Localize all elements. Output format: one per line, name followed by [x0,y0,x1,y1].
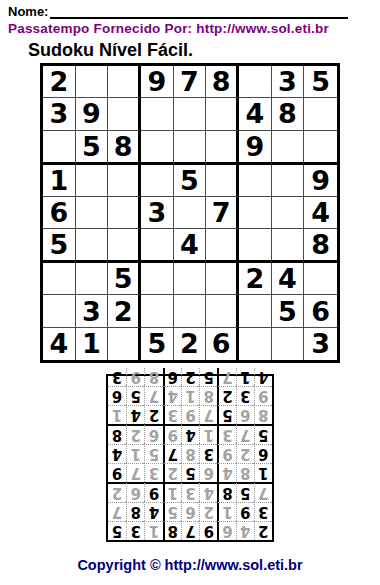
solution-cell-r8c4: 8 [199,386,217,405]
puzzle-cell-r3c6[interactable] [206,131,239,165]
puzzle-cell-r2c3[interactable] [108,98,141,130]
solution-cell-r6c2: 7 [236,424,254,444]
puzzle-cell-r3c2[interactable]: 5 [76,131,109,165]
solution-cell-r2c9: 7 [108,502,126,521]
puzzle-cell-r7c2[interactable] [76,263,109,295]
sudoku-puzzle-grid[interactable]: 297835394858915963745485243256415263 [40,63,340,363]
puzzle-cell-r3c1[interactable] [43,131,76,165]
puzzle-cell-r9c8[interactable] [272,328,305,360]
puzzle-cell-r6c4[interactable] [141,229,174,263]
page-title: Sudoku Nível Fácil. [28,40,193,61]
solution-cell-r2c2: 9 [236,502,254,521]
puzzle-cell-r8c1[interactable] [43,295,76,327]
solution-cell-r1c3: 6 [217,521,235,540]
solution-cell-r1c7: 1 [144,521,162,540]
puzzle-cell-r5c7[interactable] [239,197,272,229]
solution-cell-r4c7: 3 [144,463,162,482]
solution-cell-r6c8: 2 [126,424,144,444]
puzzle-cell-r1c5[interactable]: 7 [174,66,207,98]
solution-cell-r8c1: 9 [254,386,272,405]
provided-by-text: Passatempo Fornecido Por: http://www.sol… [8,21,329,36]
solution-cell-r4c3: 4 [217,463,235,482]
sudoku-solution-grid-rotated: 2469781353912654877584319621846523796293… [106,374,274,542]
puzzle-cell-r8c7[interactable] [239,295,272,327]
solution-cell-r4c4: 6 [199,463,217,482]
solution-cell-r3c6: 1 [163,482,181,502]
solution-cell-r6c3: 3 [217,424,235,444]
solution-cell-r6c9: 8 [108,424,126,444]
solution-cell-r8c9: 6 [108,386,126,405]
puzzle-cell-r9c3[interactable] [108,328,141,360]
solution-cell-r7c9: 1 [108,405,126,424]
solution-cell-r2c3: 1 [217,502,235,521]
solution-cell-r1c4: 9 [199,521,217,540]
solution-cell-r7c3: 5 [217,405,235,424]
name-underline[interactable] [50,5,348,19]
solution-cell-r5c4: 3 [199,444,217,463]
solution-cell-r7c4: 7 [199,405,217,424]
solution-cell-r7c7: 2 [144,405,162,424]
solution-cell-r9c3: 7 [217,368,235,386]
solution-cell-r5c7: 5 [144,444,162,463]
solution-cell-r5c8: 1 [126,444,144,463]
solution-cell-r5c1: 6 [254,444,272,463]
puzzle-cell-r1c6[interactable]: 8 [206,66,239,98]
solution-cell-r4c8: 7 [126,463,144,482]
solution-cell-r8c8: 5 [126,386,144,405]
puzzle-cell-r8c4[interactable] [141,295,174,327]
solution-cell-r3c1: 7 [254,482,272,502]
solution-cell-r4c1: 1 [254,463,272,482]
solution-cell-r3c4: 4 [199,482,217,502]
puzzle-cell-r4c1[interactable]: 1 [43,165,76,197]
solution-cell-r3c3: 8 [217,482,235,502]
solution-cell-r2c5: 6 [181,502,199,521]
puzzle-cell-r2c6[interactable] [206,98,239,130]
solution-cell-r5c2: 2 [236,444,254,463]
copyright-text: Copyright © http://www.sol.eti.br [0,557,380,573]
puzzle-cell-r3c9[interactable] [304,131,337,165]
puzzle-cell-r5c1[interactable]: 6 [43,197,76,229]
solution-cell-r7c5: 9 [181,405,199,424]
puzzle-cell-r3c5[interactable] [174,131,207,165]
puzzle-cell-r4c8[interactable] [272,165,305,197]
solution-cell-r6c5: 4 [181,424,199,444]
solution-cell-r7c1: 8 [254,405,272,424]
solution-cell-r4c6: 2 [163,463,181,482]
puzzle-cell-r2c5[interactable] [174,98,207,130]
puzzle-cell-r5c2[interactable] [76,197,109,229]
solution-cell-r5c6: 7 [163,444,181,463]
solution-cell-r3c8: 6 [126,482,144,502]
solution-cell-r5c5: 8 [181,444,199,463]
puzzle-cell-r2c9[interactable] [304,98,337,130]
puzzle-cell-r1c9[interactable]: 5 [304,66,337,98]
puzzle-cell-r4c7[interactable] [239,165,272,197]
puzzle-cell-r8c6[interactable] [206,295,239,327]
solution-cell-r1c2: 4 [236,521,254,540]
solution-cell-r4c5: 5 [181,463,199,482]
solution-cell-r3c5: 3 [181,482,199,502]
puzzle-cell-r4c4[interactable] [141,165,174,197]
puzzle-cell-r1c4[interactable]: 9 [141,66,174,98]
puzzle-cell-r6c1[interactable]: 5 [43,229,76,263]
solution-cell-r2c1: 3 [254,502,272,521]
puzzle-cell-r7c3[interactable]: 5 [108,263,141,295]
puzzle-cell-r9c9[interactable]: 3 [304,328,337,360]
puzzle-cell-r7c4[interactable] [141,263,174,295]
solution-cell-r1c9: 5 [108,521,126,540]
puzzle-cell-r5c8[interactable] [272,197,305,229]
solution-cell-r2c4: 2 [199,502,217,521]
puzzle-cell-r6c8[interactable] [272,229,305,263]
puzzle-cell-r6c6[interactable] [206,229,239,263]
solution-cell-r2c8: 8 [126,502,144,521]
solution-cell-r8c2: 3 [236,386,254,405]
puzzle-cell-r9c4[interactable]: 5 [141,328,174,360]
name-label: Nome: [8,4,48,19]
puzzle-cell-r7c9[interactable] [304,263,337,295]
solution-cell-r1c1: 2 [254,521,272,540]
solution-cell-r1c8: 3 [126,521,144,540]
puzzle-cell-r6c2[interactable] [76,229,109,263]
puzzle-cell-r7c7[interactable]: 2 [239,263,272,295]
solution-cell-r6c7: 6 [144,424,162,444]
solution-cell-r8c3: 2 [217,386,235,405]
solution-cell-r4c9: 9 [108,463,126,482]
puzzle-cell-r5c9[interactable]: 4 [304,197,337,229]
puzzle-cell-r4c9[interactable]: 9 [304,165,337,197]
solution-cell-r7c8: 4 [126,405,144,424]
solution-cell-r7c2: 6 [236,405,254,424]
puzzle-cell-r9c7[interactable] [239,328,272,360]
puzzle-cell-r5c6[interactable]: 7 [206,197,239,229]
puzzle-cell-r5c5[interactable] [174,197,207,229]
puzzle-cell-r9c5[interactable]: 2 [174,328,207,360]
puzzle-cell-r8c2[interactable]: 3 [76,295,109,327]
solution-cell-r4c2: 8 [236,463,254,482]
puzzle-cell-r4c6[interactable] [206,165,239,197]
solution-cell-r1c6: 8 [163,521,181,540]
puzzle-cell-r2c7[interactable]: 4 [239,98,272,130]
name-row: Nome: [8,3,348,19]
puzzle-cell-r1c3[interactable] [108,66,141,98]
puzzle-cell-r6c3[interactable] [108,229,141,263]
solution-cell-r3c7: 9 [144,482,162,502]
puzzle-cell-r2c8[interactable]: 8 [272,98,305,130]
puzzle-cell-r6c5[interactable]: 4 [174,229,207,263]
puzzle-cell-r2c4[interactable] [141,98,174,130]
solution-cell-r9c9: 3 [108,368,126,386]
solution-cell-r5c3: 9 [217,444,235,463]
puzzle-cell-r1c1[interactable]: 2 [43,66,76,98]
solution-cell-r9c6: 6 [163,368,181,386]
solution-cell-r9c5: 2 [181,368,199,386]
puzzle-cell-r6c9[interactable]: 8 [304,229,337,263]
solution-cell-r9c8: 9 [126,368,144,386]
puzzle-cell-r5c4[interactable]: 3 [141,197,174,229]
puzzle-cell-r7c5[interactable] [174,263,207,295]
puzzle-cell-r7c8[interactable]: 4 [272,263,305,295]
puzzle-cell-r5c3[interactable] [108,197,141,229]
puzzle-cell-r2c2[interactable]: 9 [76,98,109,130]
puzzle-cell-r6c7[interactable] [239,229,272,263]
puzzle-cell-r3c4[interactable] [141,131,174,165]
puzzle-cell-r8c9[interactable]: 6 [304,295,337,327]
puzzle-cell-r7c1[interactable] [43,263,76,295]
puzzle-cell-r8c8[interactable]: 5 [272,295,305,327]
solution-cell-r7c6: 3 [163,405,181,424]
solution-cell-r2c7: 4 [144,502,162,521]
puzzle-cell-r1c2[interactable] [76,66,109,98]
puzzle-cell-r4c3[interactable] [108,165,141,197]
solution-cell-r2c6: 5 [163,502,181,521]
solution-cell-r6c4: 1 [199,424,217,444]
puzzle-cell-r1c8[interactable]: 3 [272,66,305,98]
solution-cell-r9c4: 5 [199,368,217,386]
puzzle-cell-r1c7[interactable] [239,66,272,98]
puzzle-cell-r8c5[interactable] [174,295,207,327]
puzzle-cell-r9c1[interactable]: 4 [43,328,76,360]
solution-cell-r9c7: 8 [144,368,162,386]
puzzle-cell-r9c2[interactable]: 1 [76,328,109,360]
puzzle-cell-r9c6[interactable]: 6 [206,328,239,360]
solution-cell-r8c7: 7 [144,386,162,405]
puzzle-cell-r7c6[interactable] [206,263,239,295]
solution-cell-r6c6: 9 [163,424,181,444]
puzzle-cell-r8c3[interactable]: 2 [108,295,141,327]
puzzle-cell-r3c3[interactable]: 8 [108,131,141,165]
puzzle-cell-r3c8[interactable] [272,131,305,165]
solution-cell-r5c9: 4 [108,444,126,463]
solution-cell-r9c2: 1 [236,368,254,386]
puzzle-cell-r4c2[interactable] [76,165,109,197]
solution-cell-r9c1: 4 [254,368,272,386]
puzzle-cell-r4c5[interactable]: 5 [174,165,207,197]
solution-cell-r1c5: 7 [181,521,199,540]
solution-cell-r3c2: 5 [236,482,254,502]
solution-cell-r6c1: 5 [254,424,272,444]
puzzle-cell-r2c1[interactable]: 3 [43,98,76,130]
solution-cell-r8c5: 1 [181,386,199,405]
solution-cell-r8c6: 4 [163,386,181,405]
solution-cell-r3c9: 2 [108,482,126,502]
puzzle-cell-r3c7[interactable]: 9 [239,131,272,165]
